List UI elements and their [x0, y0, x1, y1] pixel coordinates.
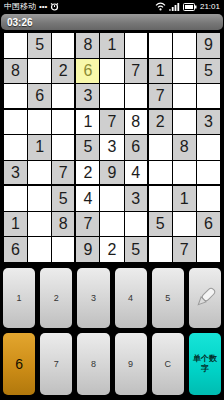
cell-r6c7[interactable]	[149, 161, 172, 186]
phone-screen: 中国移动 ••• 21:01 03:26 5819826715637178231…	[0, 0, 224, 400]
cell-r8c7[interactable]: 5	[149, 212, 172, 237]
eraser-pencil-icon	[190, 283, 220, 313]
key-2[interactable]: 2	[40, 268, 72, 328]
cell-r4c7[interactable]: 2	[149, 110, 172, 135]
cell-r3c2[interactable]: 6	[28, 84, 51, 109]
cell-r3c7[interactable]: 7	[149, 84, 172, 109]
cell-r4c3[interactable]	[52, 110, 75, 135]
cell-r4c2[interactable]	[28, 110, 51, 135]
cell-r5c5[interactable]: 3	[100, 135, 123, 160]
cell-r2c2[interactable]	[28, 59, 51, 84]
cell-r9c4[interactable]: 9	[76, 237, 99, 262]
cell-r1c5[interactable]: 1	[100, 33, 123, 58]
elapsed-time: 03:26	[1, 17, 33, 28]
key-8[interactable]: 8	[77, 333, 109, 395]
cell-r6c5[interactable]: 9	[100, 161, 123, 186]
cell-r2c6[interactable]: 7	[125, 59, 148, 84]
cell-r7c4[interactable]: 4	[76, 186, 99, 211]
key-C[interactable]: C	[152, 333, 184, 395]
key-5[interactable]: 5	[152, 268, 184, 328]
cell-r9c1[interactable]: 6	[4, 237, 27, 262]
cell-r3c3[interactable]	[52, 84, 75, 109]
cell-r5c8[interactable]: 8	[173, 135, 196, 160]
cell-r7c7[interactable]	[149, 186, 172, 211]
cell-r7c1[interactable]	[4, 186, 27, 211]
cell-r7c5[interactable]	[100, 186, 123, 211]
key-9[interactable]: 9	[115, 333, 147, 395]
cell-r4c4[interactable]: 1	[76, 110, 99, 135]
cell-r5c7[interactable]	[149, 135, 172, 160]
cell-r1c2[interactable]: 5	[28, 33, 51, 58]
cell-r3c6[interactable]	[125, 84, 148, 109]
cell-r1c7[interactable]	[149, 33, 172, 58]
key-1[interactable]: 1	[3, 268, 35, 328]
cell-r9c3[interactable]	[52, 237, 75, 262]
cell-r2c5[interactable]	[100, 59, 123, 84]
cell-r7c8[interactable]: 1	[173, 186, 196, 211]
timer-bar: 03:26	[1, 14, 223, 30]
status-bar: 中国移动 ••• 21:01	[0, 0, 224, 13]
cell-r9c7[interactable]	[149, 237, 172, 262]
cell-r9c2[interactable]	[28, 237, 51, 262]
keypad-row-2: 6789C单个数字	[3, 333, 221, 395]
cell-r7c3[interactable]: 5	[52, 186, 75, 211]
key-7[interactable]: 7	[40, 333, 72, 395]
key-4[interactable]: 4	[115, 268, 147, 328]
cell-r3c9[interactable]	[197, 84, 220, 109]
cell-r4c6[interactable]: 8	[125, 110, 148, 135]
clock-label: 21:01	[200, 2, 220, 11]
cell-r2c4[interactable]: 6	[76, 59, 99, 84]
cell-r3c4[interactable]: 3	[76, 84, 99, 109]
cell-r8c4[interactable]: 7	[76, 212, 99, 237]
cell-r6c8[interactable]	[173, 161, 196, 186]
cell-r8c1[interactable]: 1	[4, 212, 27, 237]
cell-r1c1[interactable]	[4, 33, 27, 58]
cell-r9c8[interactable]: 7	[173, 237, 196, 262]
cell-r3c8[interactable]	[173, 84, 196, 109]
cell-r5c6[interactable]: 6	[125, 135, 148, 160]
cell-r8c5[interactable]	[100, 212, 123, 237]
sudoku-board[interactable]: 5819826715637178231536837294543118756692…	[2, 31, 222, 264]
cell-r2c9[interactable]: 5	[197, 59, 220, 84]
cell-r8c8[interactable]	[173, 212, 196, 237]
cell-r4c5[interactable]: 7	[100, 110, 123, 135]
cell-r5c1[interactable]	[4, 135, 27, 160]
cell-r6c2[interactable]	[28, 161, 51, 186]
cell-r3c5[interactable]	[100, 84, 123, 109]
cell-r8c3[interactable]: 8	[52, 212, 75, 237]
cell-r1c6[interactable]	[125, 33, 148, 58]
cell-r7c6[interactable]: 3	[125, 186, 148, 211]
cell-r5c4[interactable]: 5	[76, 135, 99, 160]
cell-r7c2[interactable]	[28, 186, 51, 211]
cell-r1c3[interactable]	[52, 33, 75, 58]
cell-r7c9[interactable]	[197, 186, 220, 211]
cell-r9c9[interactable]	[197, 237, 220, 262]
cell-r9c6[interactable]: 5	[125, 237, 148, 262]
eraser-button[interactable]	[189, 268, 221, 328]
cell-r5c2[interactable]: 1	[28, 135, 51, 160]
cell-r1c8[interactable]	[173, 33, 196, 58]
overflow-dots: •••	[39, 2, 47, 11]
single-digit-mode-button[interactable]: 单个数字	[189, 333, 221, 395]
wifi-icon	[155, 2, 166, 11]
cell-r6c3[interactable]: 7	[52, 161, 75, 186]
cell-r1c4[interactable]: 8	[76, 33, 99, 58]
key-3[interactable]: 3	[77, 268, 109, 328]
keypad-row-1: 12345	[3, 268, 221, 328]
cell-r8c9[interactable]: 6	[197, 212, 220, 237]
cell-r2c7[interactable]: 1	[149, 59, 172, 84]
cell-r2c1[interactable]: 8	[4, 59, 27, 84]
cell-r8c6[interactable]	[125, 212, 148, 237]
signal-icon	[169, 2, 180, 11]
cell-r1c9[interactable]: 9	[197, 33, 220, 58]
cell-r4c8[interactable]	[173, 110, 196, 135]
carrier-label: 中国移动	[4, 1, 36, 12]
cell-r6c9[interactable]	[197, 161, 220, 186]
key-6[interactable]: 6	[3, 333, 35, 395]
battery-icon	[183, 3, 197, 11]
cell-r5c3[interactable]	[52, 135, 75, 160]
cell-r9c5[interactable]: 2	[100, 237, 123, 262]
cell-r8c2[interactable]	[28, 212, 51, 237]
cell-r3c1[interactable]	[4, 84, 27, 109]
cell-r2c8[interactable]	[173, 59, 196, 84]
cell-r6c6[interactable]: 4	[125, 161, 148, 186]
cell-r6c4[interactable]: 2	[76, 161, 99, 186]
cell-r4c1[interactable]	[4, 110, 27, 135]
cell-r6c1[interactable]: 3	[4, 161, 27, 186]
notification-icon	[50, 2, 59, 11]
cell-r5c9[interactable]	[197, 135, 220, 160]
cell-r2c3[interactable]: 2	[52, 59, 75, 84]
cell-r4c9[interactable]: 3	[197, 110, 220, 135]
